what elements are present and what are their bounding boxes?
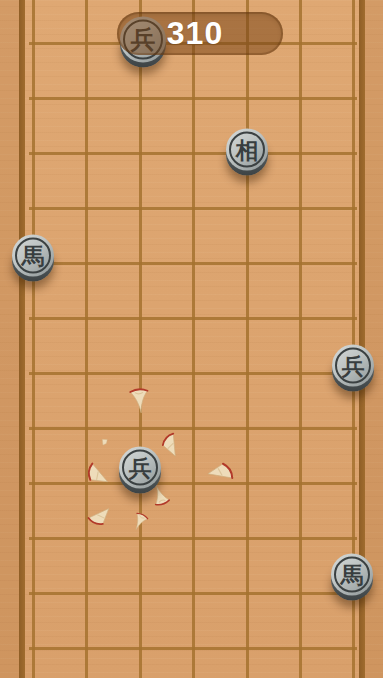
piece-face: 兵 [119,447,161,489]
piece-兵[interactable]: 兵 [119,447,161,494]
piece-character: 兵 [129,456,152,479]
broken-piece-shard-wedge [203,453,243,493]
piece-character: 相 [236,138,259,161]
piece-馬[interactable]: 馬 [12,235,54,282]
grid-vertical-line [192,0,195,678]
grid-vertical-line [246,0,249,678]
score-value: 310 [167,15,223,52]
grid-horizontal-line [29,152,357,155]
piece-兵[interactable]: 兵 [332,345,374,392]
piece-character: 馬 [22,244,45,267]
grid-horizontal-line [29,537,357,540]
piece-character: 馬 [341,563,364,586]
game-screen: 兵相馬兵兵馬 310 [0,0,383,678]
grid-horizontal-line [29,372,357,375]
grid-vertical-line [85,0,88,678]
broken-piece-shard-chip [97,433,111,447]
piece-馬[interactable]: 馬 [331,554,373,601]
piece-face: 相 [226,129,268,171]
board-left-frame-line [19,0,25,678]
grid-horizontal-line [29,97,357,100]
grid-horizontal-line [29,262,357,265]
grid-horizontal-line [29,317,357,320]
piece-face: 馬 [12,235,54,277]
grid-horizontal-line [29,427,357,430]
piece-character: 兵 [342,354,365,377]
grid-vertical-line [139,0,142,678]
piece-相[interactable]: 相 [226,129,268,176]
grid-horizontal-line [29,647,357,650]
grid-horizontal-line [29,482,357,485]
piece-face: 馬 [331,554,373,596]
grid-horizontal-line [29,207,357,210]
piece-face: 兵 [332,345,374,387]
grid-horizontal-line [29,592,357,595]
board-left-margin [0,0,19,678]
grid-vertical-line [299,0,302,678]
grid-vertical-line [32,0,35,678]
score-badge: 310 [117,12,283,55]
